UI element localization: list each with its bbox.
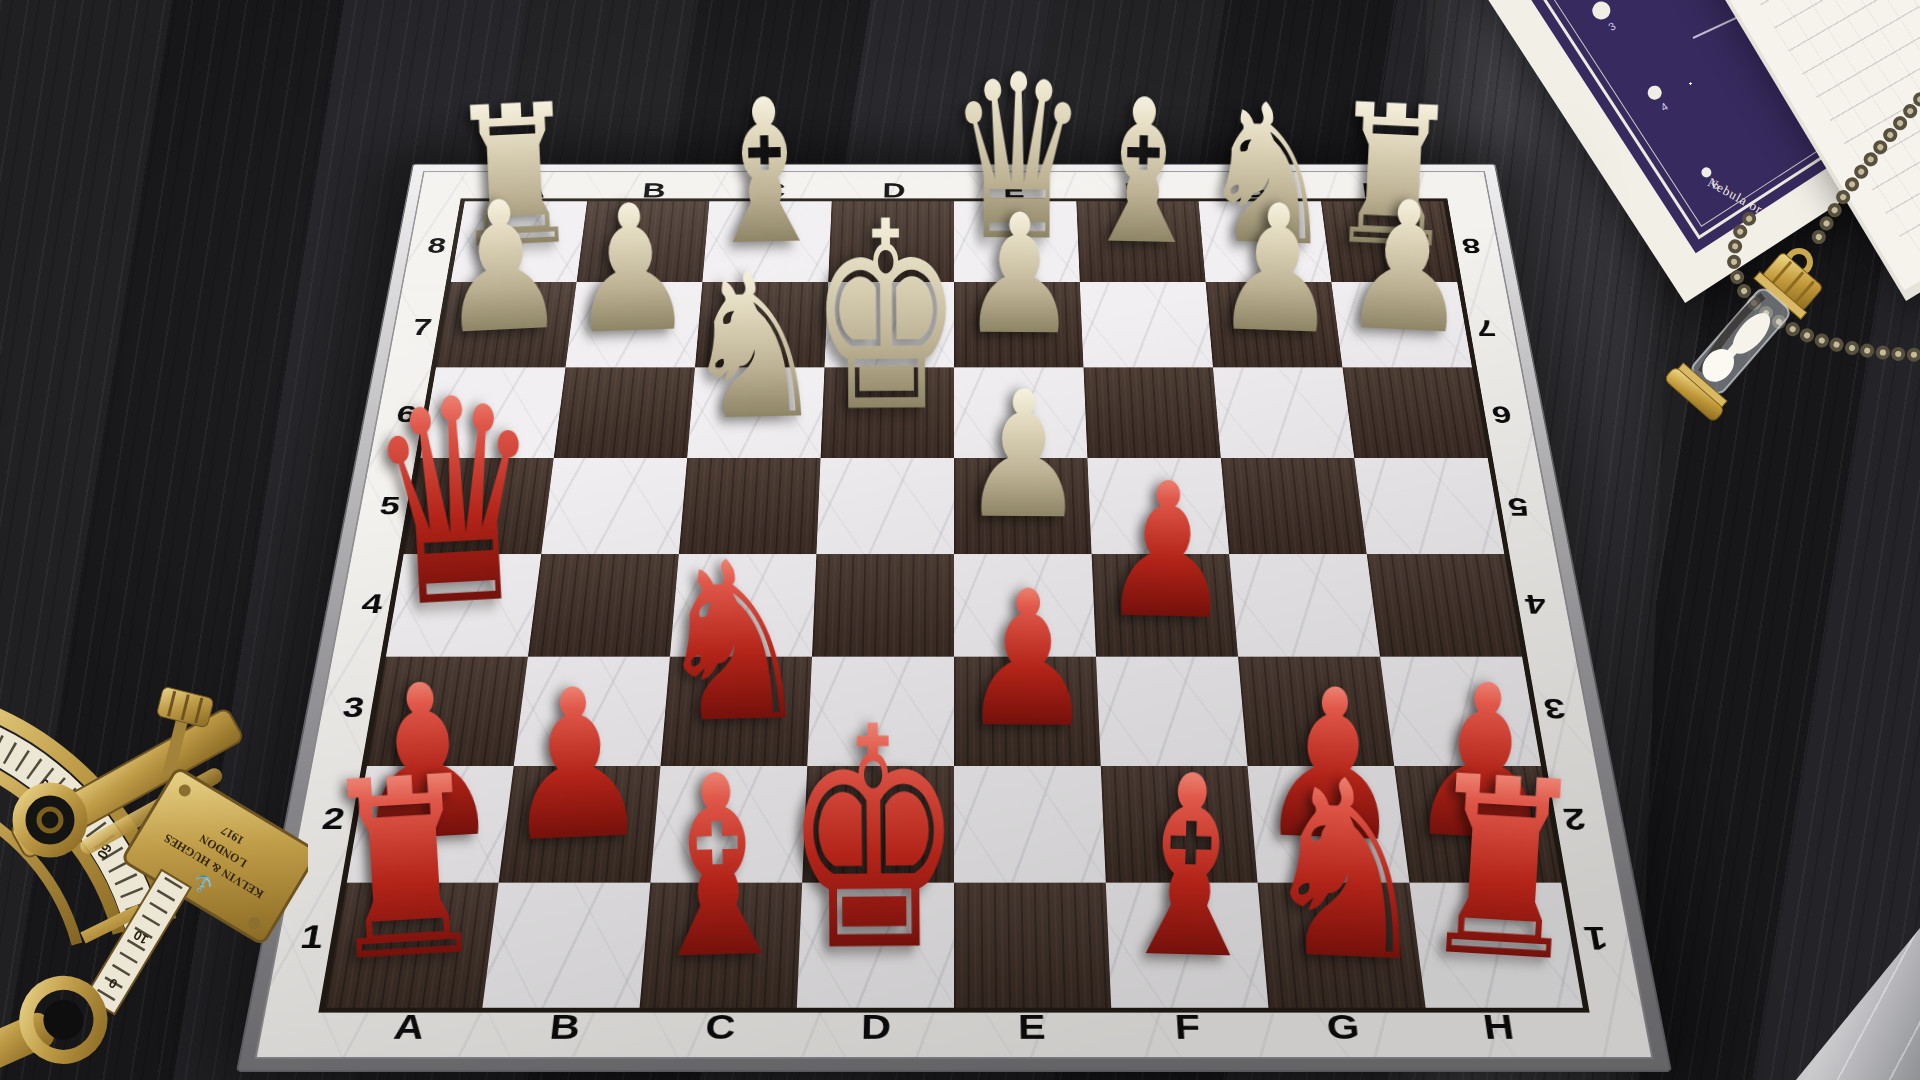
piece-silver-bishop[interactable]: ♝ xyxy=(1076,72,1209,273)
piece-red-king[interactable]: ♚ xyxy=(783,686,966,993)
piece-silver-pawn[interactable]: ♟ xyxy=(960,192,1079,358)
piece-silver-pawn[interactable]: ♟ xyxy=(434,176,571,361)
piece-red-queen[interactable]: ♛ xyxy=(362,359,551,649)
sextant-eyepiece xyxy=(19,789,81,851)
piece-silver-pawn[interactable]: ♟ xyxy=(1338,176,1475,361)
sextant: 100 80 60 ⚓ KELVIN & HUGHES LONDON 1917 xyxy=(0,570,308,1080)
piece-red-bishop[interactable]: ♝ xyxy=(633,741,802,995)
piece-red-pawn[interactable]: ♟ xyxy=(497,659,653,871)
piece-red-pawn[interactable]: ♟ xyxy=(1098,457,1236,646)
piece-red-rook[interactable]: ♜ xyxy=(314,743,495,998)
piece-silver-pawn[interactable]: ♟ xyxy=(565,180,697,359)
piece-silver-king[interactable]: ♚ xyxy=(809,187,964,448)
piece-red-rook[interactable]: ♜ xyxy=(1413,743,1594,998)
scene: 1 2 3 4 5 14ʰ 13ʰ 12ʰ 40° Nebula or Clus… xyxy=(0,0,1920,1080)
chain-strand xyxy=(1814,15,1920,246)
piece-silver-pawn[interactable]: ♟ xyxy=(960,367,1087,543)
piece-red-bishop[interactable]: ♝ xyxy=(1106,741,1275,995)
piece-silver-pawn[interactable]: ♟ xyxy=(1211,180,1343,359)
piece-red-pawn[interactable]: ♟ xyxy=(960,565,1096,754)
piece-silver-knight[interactable]: ♞ xyxy=(679,246,827,449)
piece-red-knight[interactable]: ♞ xyxy=(1253,745,1440,996)
